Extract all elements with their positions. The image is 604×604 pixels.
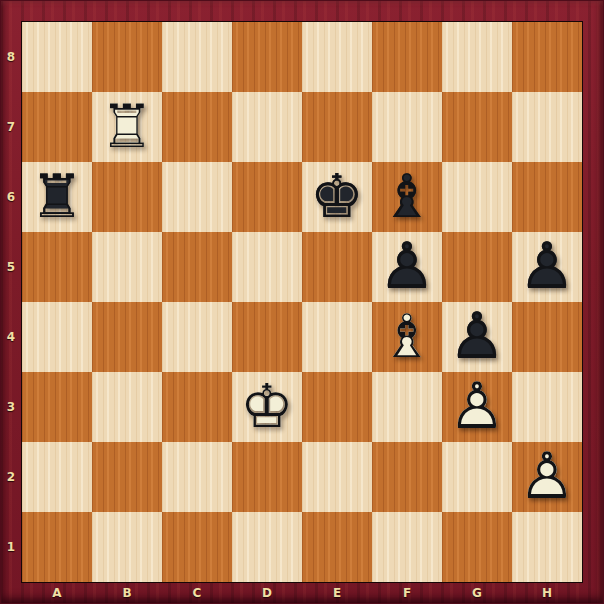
- square-b6[interactable]: [92, 162, 162, 232]
- square-g6[interactable]: [442, 162, 512, 232]
- square-c2[interactable]: [162, 442, 232, 512]
- square-e2[interactable]: [302, 442, 372, 512]
- square-g3[interactable]: ♟♙: [442, 372, 512, 442]
- square-c1[interactable]: [162, 512, 232, 582]
- square-b4[interactable]: [92, 302, 162, 372]
- square-c3[interactable]: [162, 372, 232, 442]
- square-e7[interactable]: [302, 92, 372, 162]
- piece-white-bishop[interactable]: ♝♗: [372, 302, 442, 372]
- file-label-c: C: [162, 582, 232, 604]
- file-labels: ABCDEFGH: [22, 582, 582, 604]
- square-c5[interactable]: [162, 232, 232, 302]
- square-f2[interactable]: [372, 442, 442, 512]
- square-e1[interactable]: [302, 512, 372, 582]
- square-a6[interactable]: ♜♖: [22, 162, 92, 232]
- square-a2[interactable]: [22, 442, 92, 512]
- square-h1[interactable]: [512, 512, 582, 582]
- square-b7[interactable]: ♜♖: [92, 92, 162, 162]
- piece-white-pawn[interactable]: ♟♙: [442, 372, 512, 442]
- square-b1[interactable]: [92, 512, 162, 582]
- square-h5[interactable]: ♟♙: [512, 232, 582, 302]
- square-c7[interactable]: [162, 92, 232, 162]
- chess-board: ♜♖♜♖♚♔♝♗♟♙♟♙♝♗♟♙♚♔♟♙♟♙: [22, 22, 582, 582]
- square-d1[interactable]: [232, 512, 302, 582]
- square-e8[interactable]: [302, 22, 372, 92]
- square-e5[interactable]: [302, 232, 372, 302]
- file-label-h: H: [512, 582, 582, 604]
- square-c8[interactable]: [162, 22, 232, 92]
- square-e4[interactable]: [302, 302, 372, 372]
- square-a8[interactable]: [22, 22, 92, 92]
- file-label-a: A: [22, 582, 92, 604]
- piece-black-rook[interactable]: ♜♖: [22, 162, 92, 232]
- square-f6[interactable]: ♝♗: [372, 162, 442, 232]
- square-d3[interactable]: ♚♔: [232, 372, 302, 442]
- square-h7[interactable]: [512, 92, 582, 162]
- black-king-outline-icon: ♔: [302, 162, 372, 232]
- square-d4[interactable]: [232, 302, 302, 372]
- square-a1[interactable]: [22, 512, 92, 582]
- rank-label-5: 5: [0, 232, 22, 302]
- square-a5[interactable]: [22, 232, 92, 302]
- white-bishop-outline-icon: ♗: [372, 302, 442, 372]
- rank-labels: 87654321: [0, 22, 22, 582]
- square-h8[interactable]: [512, 22, 582, 92]
- square-b5[interactable]: [92, 232, 162, 302]
- square-h6[interactable]: [512, 162, 582, 232]
- piece-black-king[interactable]: ♚♔: [302, 162, 372, 232]
- file-label-d: D: [232, 582, 302, 604]
- square-f4[interactable]: ♝♗: [372, 302, 442, 372]
- square-c4[interactable]: [162, 302, 232, 372]
- black-pawn-outline-icon: ♙: [442, 302, 512, 372]
- square-d5[interactable]: [232, 232, 302, 302]
- square-g2[interactable]: [442, 442, 512, 512]
- file-label-e: E: [302, 582, 372, 604]
- black-pawn-outline-icon: ♙: [512, 232, 582, 302]
- square-h3[interactable]: [512, 372, 582, 442]
- piece-white-king[interactable]: ♚♔: [232, 372, 302, 442]
- square-e6[interactable]: ♚♔: [302, 162, 372, 232]
- square-g4[interactable]: ♟♙: [442, 302, 512, 372]
- square-b2[interactable]: [92, 442, 162, 512]
- file-label-f: F: [372, 582, 442, 604]
- square-a4[interactable]: [22, 302, 92, 372]
- square-b3[interactable]: [92, 372, 162, 442]
- square-f7[interactable]: [372, 92, 442, 162]
- white-rook-outline-icon: ♖: [92, 92, 162, 162]
- square-g5[interactable]: [442, 232, 512, 302]
- square-h4[interactable]: [512, 302, 582, 372]
- file-label-g: G: [442, 582, 512, 604]
- white-king-outline-icon: ♔: [232, 372, 302, 442]
- rank-label-7: 7: [0, 92, 22, 162]
- square-a3[interactable]: [22, 372, 92, 442]
- square-h2[interactable]: ♟♙: [512, 442, 582, 512]
- square-b8[interactable]: [92, 22, 162, 92]
- square-f1[interactable]: [372, 512, 442, 582]
- white-pawn-outline-icon: ♙: [512, 442, 582, 512]
- rank-label-8: 8: [0, 22, 22, 92]
- square-d6[interactable]: [232, 162, 302, 232]
- piece-white-pawn[interactable]: ♟♙: [512, 442, 582, 512]
- square-c6[interactable]: [162, 162, 232, 232]
- square-a7[interactable]: [22, 92, 92, 162]
- square-g7[interactable]: [442, 92, 512, 162]
- black-pawn-outline-icon: ♙: [372, 232, 442, 302]
- piece-black-pawn[interactable]: ♟♙: [372, 232, 442, 302]
- file-label-b: B: [92, 582, 162, 604]
- square-g1[interactable]: [442, 512, 512, 582]
- square-g8[interactable]: [442, 22, 512, 92]
- piece-black-bishop[interactable]: ♝♗: [372, 162, 442, 232]
- white-pawn-outline-icon: ♙: [442, 372, 512, 442]
- square-d8[interactable]: [232, 22, 302, 92]
- rank-label-3: 3: [0, 372, 22, 442]
- piece-black-pawn[interactable]: ♟♙: [442, 302, 512, 372]
- piece-white-rook[interactable]: ♜♖: [92, 92, 162, 162]
- rank-label-4: 4: [0, 302, 22, 372]
- square-e3[interactable]: [302, 372, 372, 442]
- chess-board-frame: ♜♖♜♖♚♔♝♗♟♙♟♙♝♗♟♙♚♔♟♙♟♙ 87654321 ABCDEFGH: [0, 0, 604, 604]
- rank-label-1: 1: [0, 512, 22, 582]
- rank-label-2: 2: [0, 442, 22, 512]
- square-d2[interactable]: [232, 442, 302, 512]
- square-f3[interactable]: [372, 372, 442, 442]
- black-rook-outline-icon: ♖: [22, 162, 92, 232]
- square-f8[interactable]: [372, 22, 442, 92]
- square-f5[interactable]: ♟♙: [372, 232, 442, 302]
- black-bishop-outline-icon: ♗: [372, 162, 442, 232]
- rank-label-6: 6: [0, 162, 22, 232]
- square-d7[interactable]: [232, 92, 302, 162]
- piece-black-pawn[interactable]: ♟♙: [512, 232, 582, 302]
